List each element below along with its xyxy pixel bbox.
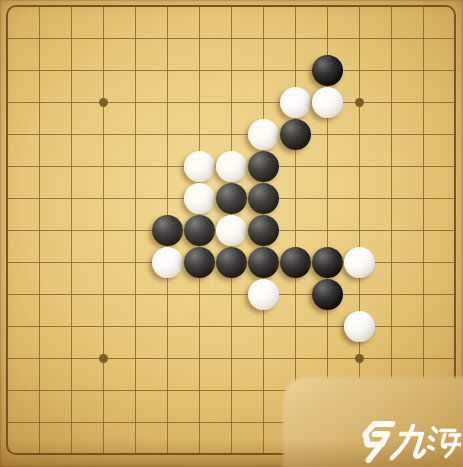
white-stone[interactable] (184, 183, 215, 214)
black-stone[interactable] (184, 247, 215, 278)
white-stone[interactable] (280, 87, 311, 118)
star-point (99, 354, 108, 363)
white-stone[interactable] (152, 247, 183, 278)
white-stone[interactable] (344, 311, 375, 342)
black-stone[interactable] (248, 215, 279, 246)
black-stone[interactable] (248, 151, 279, 182)
star-point (99, 98, 108, 107)
black-stone[interactable] (312, 279, 343, 310)
black-stone[interactable] (152, 215, 183, 246)
white-stone[interactable] (248, 279, 279, 310)
black-stone[interactable] (184, 215, 215, 246)
black-stone[interactable] (280, 119, 311, 150)
black-stone[interactable] (312, 247, 343, 278)
watermark (355, 418, 461, 465)
white-stone[interactable] (216, 215, 247, 246)
jiuyou-logo-icon (355, 418, 461, 465)
white-stone[interactable] (344, 247, 375, 278)
star-point (355, 354, 364, 363)
black-stone[interactable] (280, 247, 311, 278)
black-stone[interactable] (216, 183, 247, 214)
black-stone[interactable] (248, 183, 279, 214)
gomoku-screenshot (0, 0, 463, 467)
black-stone[interactable] (248, 247, 279, 278)
black-stone[interactable] (216, 247, 247, 278)
white-stone[interactable] (184, 151, 215, 182)
white-stone[interactable] (312, 87, 343, 118)
star-point (355, 98, 364, 107)
black-stone[interactable] (312, 55, 343, 86)
white-stone[interactable] (248, 119, 279, 150)
white-stone[interactable] (216, 151, 247, 182)
